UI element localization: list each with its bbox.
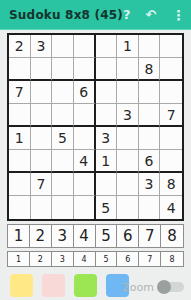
cell-r4c4[interactable]: [74, 104, 96, 127]
cell-r3c6[interactable]: [117, 81, 139, 104]
cell-r7c4[interactable]: [74, 173, 96, 196]
cell-r6c1[interactable]: [9, 150, 31, 173]
cell-r2c4[interactable]: [74, 58, 96, 81]
cell-r1c8[interactable]: [160, 35, 182, 58]
color-swatch-yellow[interactable]: [10, 274, 33, 297]
cell-r8c3[interactable]: [52, 196, 74, 219]
undo-icon[interactable]: ↶: [146, 8, 157, 21]
cell-r5c6[interactable]: [117, 127, 139, 150]
cell-r2c3[interactable]: [52, 58, 74, 81]
numpad-big-3[interactable]: 3: [52, 225, 74, 247]
header-icons: ? ↶ ⋮: [123, 8, 185, 22]
numpad-small-7[interactable]: 7: [139, 252, 161, 266]
cell-r5c4[interactable]: [74, 127, 96, 150]
numpad-small-1[interactable]: 1: [8, 252, 30, 266]
cell-r6c2[interactable]: [31, 150, 53, 173]
cell-r8c4[interactable]: [74, 196, 96, 219]
cell-r4c3[interactable]: [52, 104, 74, 127]
cell-r2c6[interactable]: [117, 58, 139, 81]
cell-r3c1[interactable]: 7: [9, 81, 31, 104]
app-header: Sudoku 8x8 (45) ? ↶ ⋮: [0, 0, 191, 30]
numpad-small-5[interactable]: 5: [96, 252, 118, 266]
numpad-small-6[interactable]: 6: [117, 252, 139, 266]
numpad-big-6[interactable]: 6: [117, 225, 139, 247]
cell-r8c7[interactable]: [139, 196, 161, 219]
cell-r1c6[interactable]: 1: [117, 35, 139, 58]
cell-r4c8[interactable]: 7: [160, 104, 182, 127]
cell-r4c2[interactable]: [31, 104, 53, 127]
cell-r7c7[interactable]: 3: [139, 173, 161, 196]
cell-r7c5[interactable]: [96, 173, 118, 196]
number-pad-big: 12345678: [7, 224, 184, 248]
numpad-big-4[interactable]: 4: [74, 225, 96, 247]
cell-r3c2[interactable]: [31, 81, 53, 104]
cell-r3c8[interactable]: [160, 81, 182, 104]
color-swatch-pink[interactable]: [42, 274, 65, 297]
zoom-label: Zoom: [122, 281, 154, 294]
cell-r8c6[interactable]: [117, 196, 139, 219]
numpad-big-5[interactable]: 5: [96, 225, 118, 247]
app-title: Sudoku 8x8 (45): [9, 8, 123, 22]
number-pad-small: 12345678: [7, 251, 184, 267]
cell-r6c3[interactable]: [52, 150, 74, 173]
cell-r4c1[interactable]: [9, 104, 31, 127]
cell-r2c5[interactable]: [96, 58, 118, 81]
cell-r4c7[interactable]: [139, 104, 161, 127]
cell-r5c2[interactable]: [31, 127, 53, 150]
cell-r3c4[interactable]: 6: [74, 81, 96, 104]
cell-r5c1[interactable]: 1: [9, 127, 31, 150]
numpad-big-8[interactable]: 8: [161, 225, 183, 247]
cell-r1c5[interactable]: [96, 35, 118, 58]
zoom-control: Zoom: [122, 280, 184, 294]
sudoku-board: 2318763715341673854: [7, 33, 184, 221]
numpad-big-7[interactable]: 7: [139, 225, 161, 247]
color-palette: [10, 274, 129, 297]
cell-r4c5[interactable]: [96, 104, 118, 127]
cell-r8c2[interactable]: [31, 196, 53, 219]
numpad-small-8[interactable]: 8: [161, 252, 183, 266]
cell-r6c5[interactable]: 1: [96, 150, 118, 173]
numpad-small-2[interactable]: 2: [30, 252, 52, 266]
numpad-small-4[interactable]: 4: [74, 252, 96, 266]
numpad-small-3[interactable]: 3: [52, 252, 74, 266]
cell-r4c6[interactable]: 3: [117, 104, 139, 127]
cell-r5c8[interactable]: [160, 127, 182, 150]
cell-r5c7[interactable]: [139, 127, 161, 150]
cell-r2c1[interactable]: [9, 58, 31, 81]
cell-r3c7[interactable]: [139, 81, 161, 104]
cell-r6c8[interactable]: [160, 150, 182, 173]
cell-r2c2[interactable]: [31, 58, 53, 81]
cell-r5c3[interactable]: 5: [52, 127, 74, 150]
zoom-toggle-switch[interactable]: [157, 280, 184, 294]
color-swatch-green[interactable]: [74, 274, 97, 297]
numpad-big-1[interactable]: 1: [8, 225, 30, 247]
toggle-thumb: [157, 280, 171, 294]
cell-r8c5[interactable]: 5: [96, 196, 118, 219]
numpad-big-2[interactable]: 2: [30, 225, 52, 247]
cell-r7c1[interactable]: [9, 173, 31, 196]
cell-r1c2[interactable]: 3: [31, 35, 53, 58]
cell-r1c1[interactable]: 2: [9, 35, 31, 58]
cell-r5c5[interactable]: 3: [96, 127, 118, 150]
cell-r7c2[interactable]: 7: [31, 173, 53, 196]
cell-r6c7[interactable]: 6: [139, 150, 161, 173]
cell-r2c7[interactable]: 8: [139, 58, 161, 81]
cell-r1c3[interactable]: [52, 35, 74, 58]
cell-r2c8[interactable]: [160, 58, 182, 81]
cell-r7c3[interactable]: [52, 173, 74, 196]
cell-r7c8[interactable]: 8: [160, 173, 182, 196]
cell-r3c3[interactable]: [52, 81, 74, 104]
cell-r6c6[interactable]: [117, 150, 139, 173]
cell-r1c4[interactable]: [74, 35, 96, 58]
cell-r8c8[interactable]: 4: [160, 196, 182, 219]
cell-r1c7[interactable]: [139, 35, 161, 58]
cell-r7c6[interactable]: [117, 173, 139, 196]
help-icon[interactable]: ?: [123, 8, 131, 21]
overflow-menu-icon[interactable]: ⋮: [171, 8, 185, 22]
cell-r8c1[interactable]: [9, 196, 31, 219]
cell-r6c4[interactable]: 4: [74, 150, 96, 173]
cell-r3c5[interactable]: [96, 81, 118, 104]
